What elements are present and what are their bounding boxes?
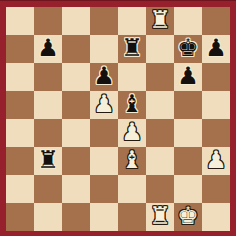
white-rook-f8: ♜ <box>149 7 171 34</box>
chess-board-frame: ♜♟♜♚♟♟♟♟♝♟♜♝♟♜♚ <box>0 0 236 236</box>
square-c4[interactable] <box>62 119 90 147</box>
square-g3[interactable] <box>174 147 202 175</box>
square-c1[interactable] <box>62 203 90 231</box>
square-h4[interactable] <box>202 119 230 147</box>
black-pawn-g6: ♟ <box>177 63 199 90</box>
square-h2[interactable] <box>202 175 230 203</box>
square-b6[interactable] <box>34 63 62 91</box>
white-pawn-e4: ♟ <box>121 119 143 146</box>
black-pawn-h7: ♟ <box>205 35 227 62</box>
square-b4[interactable] <box>34 119 62 147</box>
square-c6[interactable] <box>62 63 90 91</box>
square-b5[interactable] <box>34 91 62 119</box>
black-king-g7: ♚ <box>177 35 199 62</box>
square-e4[interactable]: ♟ <box>118 119 146 147</box>
square-h3[interactable]: ♟ <box>202 147 230 175</box>
square-b7[interactable]: ♟ <box>34 35 62 63</box>
square-f8[interactable]: ♜ <box>146 7 174 35</box>
white-bishop-e3: ♝ <box>121 147 143 174</box>
square-b1[interactable] <box>34 203 62 231</box>
square-c5[interactable] <box>62 91 90 119</box>
square-f7[interactable] <box>146 35 174 63</box>
square-d8[interactable] <box>90 7 118 35</box>
square-a3[interactable] <box>6 147 34 175</box>
square-d3[interactable] <box>90 147 118 175</box>
square-e6[interactable] <box>118 63 146 91</box>
square-d1[interactable] <box>90 203 118 231</box>
square-f1[interactable]: ♜ <box>146 203 174 231</box>
square-e1[interactable] <box>118 203 146 231</box>
black-bishop-e5: ♝ <box>121 91 143 118</box>
square-h6[interactable] <box>202 63 230 91</box>
square-d5[interactable]: ♟ <box>90 91 118 119</box>
square-a7[interactable] <box>6 35 34 63</box>
square-c7[interactable] <box>62 35 90 63</box>
square-a4[interactable] <box>6 119 34 147</box>
square-e7[interactable]: ♜ <box>118 35 146 63</box>
square-e3[interactable]: ♝ <box>118 147 146 175</box>
square-f4[interactable] <box>146 119 174 147</box>
black-pawn-b7: ♟ <box>37 35 59 62</box>
black-rook-b3: ♜ <box>37 147 59 174</box>
white-pawn-h3: ♟ <box>205 147 227 174</box>
square-b8[interactable] <box>34 7 62 35</box>
square-e2[interactable] <box>118 175 146 203</box>
square-e5[interactable]: ♝ <box>118 91 146 119</box>
square-b2[interactable] <box>34 175 62 203</box>
square-a6[interactable] <box>6 63 34 91</box>
black-pawn-d6: ♟ <box>93 63 115 90</box>
square-d6[interactable]: ♟ <box>90 63 118 91</box>
square-c8[interactable] <box>62 7 90 35</box>
square-g8[interactable] <box>174 7 202 35</box>
square-a1[interactable] <box>6 203 34 231</box>
square-h8[interactable] <box>202 7 230 35</box>
square-f3[interactable] <box>146 147 174 175</box>
square-d4[interactable] <box>90 119 118 147</box>
square-g1[interactable]: ♚ <box>174 203 202 231</box>
square-f6[interactable] <box>146 63 174 91</box>
square-g5[interactable] <box>174 91 202 119</box>
square-h7[interactable]: ♟ <box>202 35 230 63</box>
square-g7[interactable]: ♚ <box>174 35 202 63</box>
square-c3[interactable] <box>62 147 90 175</box>
square-g2[interactable] <box>174 175 202 203</box>
square-h5[interactable] <box>202 91 230 119</box>
square-f5[interactable] <box>146 91 174 119</box>
white-rook-f1: ♜ <box>149 203 171 230</box>
white-pawn-d5: ♟ <box>93 91 115 118</box>
square-e8[interactable] <box>118 7 146 35</box>
white-king-g1: ♚ <box>177 203 199 230</box>
square-d7[interactable] <box>90 35 118 63</box>
square-b3[interactable]: ♜ <box>34 147 62 175</box>
square-a5[interactable] <box>6 91 34 119</box>
square-c2[interactable] <box>62 175 90 203</box>
black-rook-e7: ♜ <box>121 35 143 62</box>
square-a8[interactable] <box>6 7 34 35</box>
square-g4[interactable] <box>174 119 202 147</box>
chess-board: ♜♟♜♚♟♟♟♟♝♟♜♝♟♜♚ <box>6 7 230 231</box>
square-g6[interactable]: ♟ <box>174 63 202 91</box>
square-h1[interactable] <box>202 203 230 231</box>
square-d2[interactable] <box>90 175 118 203</box>
square-f2[interactable] <box>146 175 174 203</box>
square-a2[interactable] <box>6 175 34 203</box>
